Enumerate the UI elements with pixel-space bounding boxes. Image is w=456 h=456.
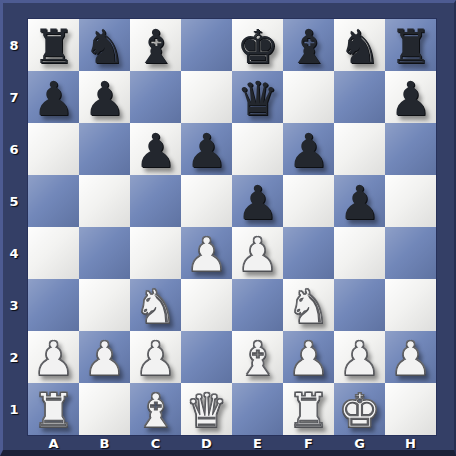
square-h3[interactable] — [385, 279, 436, 331]
square-g1[interactable]: ♚ — [334, 383, 385, 435]
square-d8[interactable] — [181, 19, 232, 71]
white-pawn[interactable]: ♟ — [287, 335, 329, 382]
file-labels: ABCDEFGH — [28, 435, 436, 451]
square-f7[interactable] — [283, 71, 334, 123]
black-knight[interactable]: ♞ — [338, 23, 380, 70]
white-knight[interactable]: ♞ — [134, 283, 176, 330]
square-a7[interactable]: ♟ — [28, 71, 79, 123]
square-f2[interactable]: ♟ — [283, 331, 334, 383]
black-pawn[interactable]: ♟ — [338, 179, 380, 226]
square-f1[interactable]: ♜ — [283, 383, 334, 435]
black-rook[interactable]: ♜ — [32, 23, 74, 70]
square-e1[interactable] — [232, 383, 283, 435]
square-a8[interactable]: ♜ — [28, 19, 79, 71]
file-label-h: H — [385, 435, 436, 451]
square-h5[interactable] — [385, 175, 436, 227]
black-king[interactable]: ♚ — [236, 23, 278, 70]
square-b3[interactable] — [79, 279, 130, 331]
square-e4[interactable]: ♟ — [232, 227, 283, 279]
square-d1[interactable]: ♛ — [181, 383, 232, 435]
square-b2[interactable]: ♟ — [79, 331, 130, 383]
square-d2[interactable] — [181, 331, 232, 383]
square-c6[interactable]: ♟ — [130, 123, 181, 175]
square-e2[interactable]: ♝ — [232, 331, 283, 383]
black-bishop[interactable]: ♝ — [134, 23, 176, 70]
rank-label-1: 1 — [0, 383, 28, 435]
square-f5[interactable] — [283, 175, 334, 227]
square-a2[interactable]: ♟ — [28, 331, 79, 383]
rank-label-6: 6 — [0, 123, 28, 175]
square-b6[interactable] — [79, 123, 130, 175]
file-label-e: E — [232, 435, 283, 451]
square-b7[interactable]: ♟ — [79, 71, 130, 123]
white-pawn[interactable]: ♟ — [134, 335, 176, 382]
square-b4[interactable] — [79, 227, 130, 279]
square-c2[interactable]: ♟ — [130, 331, 181, 383]
file-label-d: D — [181, 435, 232, 451]
square-c3[interactable]: ♞ — [130, 279, 181, 331]
square-b5[interactable] — [79, 175, 130, 227]
square-g7[interactable] — [334, 71, 385, 123]
square-g3[interactable] — [334, 279, 385, 331]
file-label-a: A — [28, 435, 79, 451]
square-e8[interactable]: ♚ — [232, 19, 283, 71]
square-e7[interactable]: ♛ — [232, 71, 283, 123]
black-pawn[interactable]: ♟ — [389, 75, 431, 122]
square-a5[interactable] — [28, 175, 79, 227]
rank-label-3: 3 — [0, 279, 28, 331]
square-g2[interactable]: ♟ — [334, 331, 385, 383]
square-a6[interactable] — [28, 123, 79, 175]
square-b8[interactable]: ♞ — [79, 19, 130, 71]
square-f6[interactable]: ♟ — [283, 123, 334, 175]
square-g5[interactable]: ♟ — [334, 175, 385, 227]
white-knight[interactable]: ♞ — [287, 283, 329, 330]
rank-label-2: 2 — [0, 331, 28, 383]
square-g8[interactable]: ♞ — [334, 19, 385, 71]
white-pawn[interactable]: ♟ — [338, 335, 380, 382]
rank-labels: 87654321 — [0, 19, 28, 435]
white-king[interactable]: ♚ — [338, 387, 380, 434]
black-pawn[interactable]: ♟ — [134, 127, 176, 174]
white-pawn[interactable]: ♟ — [185, 231, 227, 278]
white-bishop[interactable]: ♝ — [134, 387, 176, 434]
black-pawn[interactable]: ♟ — [83, 75, 125, 122]
chess-board-frame: 87654321 ♜♞♝♚♝♞♜♟♟♛♟♟♟♟♟♟♟♟♞♞♟♟♟♝♟♟♟♜♝♛♜… — [0, 0, 456, 456]
black-pawn[interactable]: ♟ — [236, 179, 278, 226]
square-h7[interactable]: ♟ — [385, 71, 436, 123]
square-h4[interactable] — [385, 227, 436, 279]
file-label-b: B — [79, 435, 130, 451]
square-d7[interactable] — [181, 71, 232, 123]
white-pawn[interactable]: ♟ — [236, 231, 278, 278]
white-rook[interactable]: ♜ — [32, 387, 74, 434]
square-h6[interactable] — [385, 123, 436, 175]
square-h8[interactable]: ♜ — [385, 19, 436, 71]
black-bishop[interactable]: ♝ — [287, 23, 329, 70]
square-d4[interactable]: ♟ — [181, 227, 232, 279]
file-label-f: F — [283, 435, 334, 451]
square-c1[interactable]: ♝ — [130, 383, 181, 435]
square-d6[interactable]: ♟ — [181, 123, 232, 175]
square-d5[interactable] — [181, 175, 232, 227]
square-g6[interactable] — [334, 123, 385, 175]
square-h1[interactable] — [385, 383, 436, 435]
square-e3[interactable] — [232, 279, 283, 331]
square-c8[interactable]: ♝ — [130, 19, 181, 71]
file-label-g: G — [334, 435, 385, 451]
black-pawn[interactable]: ♟ — [287, 127, 329, 174]
rank-label-5: 5 — [0, 175, 28, 227]
white-pawn[interactable]: ♟ — [389, 335, 431, 382]
square-c7[interactable] — [130, 71, 181, 123]
square-a1[interactable]: ♜ — [28, 383, 79, 435]
black-pawn[interactable]: ♟ — [32, 75, 74, 122]
square-c5[interactable] — [130, 175, 181, 227]
square-c4[interactable] — [130, 227, 181, 279]
white-queen[interactable]: ♛ — [185, 387, 227, 434]
black-knight[interactable]: ♞ — [83, 23, 125, 70]
rank-label-4: 4 — [0, 227, 28, 279]
square-a3[interactable] — [28, 279, 79, 331]
square-e5[interactable]: ♟ — [232, 175, 283, 227]
square-h2[interactable]: ♟ — [385, 331, 436, 383]
chess-board: ♜♞♝♚♝♞♜♟♟♛♟♟♟♟♟♟♟♟♞♞♟♟♟♝♟♟♟♜♝♛♜♚ — [28, 19, 436, 435]
square-f3[interactable]: ♞ — [283, 279, 334, 331]
square-e6[interactable] — [232, 123, 283, 175]
black-rook[interactable]: ♜ — [389, 23, 431, 70]
white-rook[interactable]: ♜ — [287, 387, 329, 434]
white-bishop[interactable]: ♝ — [236, 335, 278, 382]
file-label-c: C — [130, 435, 181, 451]
square-f8[interactable]: ♝ — [283, 19, 334, 71]
black-queen[interactable]: ♛ — [236, 75, 278, 122]
white-pawn[interactable]: ♟ — [83, 335, 125, 382]
black-pawn[interactable]: ♟ — [185, 127, 227, 174]
square-d3[interactable] — [181, 279, 232, 331]
square-b1[interactable] — [79, 383, 130, 435]
rank-label-8: 8 — [0, 19, 28, 71]
square-f4[interactable] — [283, 227, 334, 279]
square-a4[interactable] — [28, 227, 79, 279]
white-pawn[interactable]: ♟ — [32, 335, 74, 382]
square-g4[interactable] — [334, 227, 385, 279]
rank-label-7: 7 — [0, 71, 28, 123]
